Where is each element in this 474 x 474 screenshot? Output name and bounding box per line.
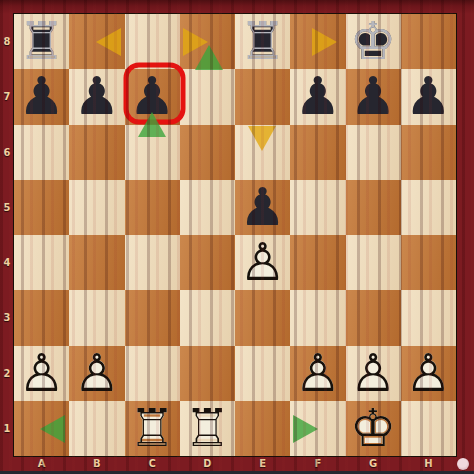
square-c7[interactable]: ♟	[125, 69, 180, 124]
square-g3[interactable]	[346, 290, 401, 345]
file-label-D: D	[180, 456, 235, 472]
square-c1[interactable]: ♜♖	[125, 401, 180, 456]
square-h2[interactable]: ♟♙	[401, 346, 456, 401]
square-d4[interactable]	[180, 235, 235, 290]
square-b7[interactable]: ♟	[69, 69, 124, 124]
file-coordinates: ABCDEFGH	[14, 456, 456, 472]
rank-label-3: 3	[4, 312, 11, 323]
piece-white-pawn-a2[interactable]: ♙	[14, 346, 69, 401]
square-d8[interactable]	[180, 14, 235, 69]
square-c3[interactable]	[125, 290, 180, 345]
square-f2[interactable]: ♟♙	[290, 346, 345, 401]
square-e3[interactable]	[235, 290, 290, 345]
square-b3[interactable]	[69, 290, 124, 345]
chess-diagram-frame: ♜♖♜♖♚♔♟♟♟♟♟♟♟♟♙♟♙♟♙♟♙♟♙♟♙♜♖♜♖♚♔ 87654321…	[0, 0, 474, 474]
piece-black-king-g8[interactable]: ♔	[346, 14, 401, 69]
square-g5[interactable]	[346, 180, 401, 235]
square-b8[interactable]	[69, 14, 124, 69]
square-g6[interactable]	[346, 125, 401, 180]
file-label-H: H	[401, 456, 456, 472]
square-a6[interactable]	[14, 125, 69, 180]
rank-label-7: 7	[4, 91, 11, 102]
square-g4[interactable]	[346, 235, 401, 290]
square-e4[interactable]: ♟♙	[235, 235, 290, 290]
square-f3[interactable]	[290, 290, 345, 345]
square-e8[interactable]: ♜♖	[235, 14, 290, 69]
piece-white-pawn-g2[interactable]: ♙	[346, 346, 401, 401]
square-b6[interactable]	[69, 125, 124, 180]
piece-white-rook-d1[interactable]: ♖	[180, 401, 235, 456]
piece-black-pawn-f7[interactable]: ♟	[290, 69, 345, 124]
square-f7[interactable]: ♟	[290, 69, 345, 124]
square-h3[interactable]	[401, 290, 456, 345]
piece-black-pawn-b7[interactable]: ♟	[69, 69, 124, 124]
square-e6[interactable]	[235, 125, 290, 180]
square-b1[interactable]	[69, 401, 124, 456]
square-h7[interactable]: ♟	[401, 69, 456, 124]
rank-label-6: 6	[4, 147, 11, 158]
piece-white-rook-c1[interactable]: ♖	[125, 401, 180, 456]
piece-white-king-g1[interactable]: ♔	[346, 401, 401, 456]
piece-black-pawn-e5[interactable]: ♟	[235, 180, 290, 235]
square-h4[interactable]	[401, 235, 456, 290]
square-h1[interactable]	[401, 401, 456, 456]
file-label-F: F	[290, 456, 345, 472]
square-b2[interactable]: ♟♙	[69, 346, 124, 401]
square-c8[interactable]	[125, 14, 180, 69]
square-a2[interactable]: ♟♙	[14, 346, 69, 401]
rank-label-8: 8	[4, 36, 11, 47]
square-d2[interactable]	[180, 346, 235, 401]
square-h6[interactable]	[401, 125, 456, 180]
square-g7[interactable]: ♟	[346, 69, 401, 124]
square-c2[interactable]	[125, 346, 180, 401]
square-a8[interactable]: ♜♖	[14, 14, 69, 69]
file-label-B: B	[69, 456, 124, 472]
rank-label-1: 1	[4, 423, 11, 434]
file-label-E: E	[235, 456, 290, 472]
piece-black-pawn-g7[interactable]: ♟	[346, 69, 401, 124]
piece-white-pawn-b2[interactable]: ♙	[69, 346, 124, 401]
square-h5[interactable]	[401, 180, 456, 235]
square-c4[interactable]	[125, 235, 180, 290]
square-c6[interactable]	[125, 125, 180, 180]
file-label-A: A	[14, 456, 69, 472]
square-e7[interactable]	[235, 69, 290, 124]
watermark-dot	[457, 458, 469, 470]
square-h8[interactable]	[401, 14, 456, 69]
square-f1[interactable]	[290, 401, 345, 456]
piece-black-pawn-c7[interactable]: ♟	[125, 69, 180, 124]
square-f6[interactable]	[290, 125, 345, 180]
square-d3[interactable]	[180, 290, 235, 345]
rank-coordinates: 87654321	[0, 14, 14, 456]
piece-white-pawn-h2[interactable]: ♙	[401, 346, 456, 401]
square-d6[interactable]	[180, 125, 235, 180]
piece-black-pawn-h7[interactable]: ♟	[401, 69, 456, 124]
square-a4[interactable]	[14, 235, 69, 290]
piece-white-pawn-f2[interactable]: ♙	[290, 346, 345, 401]
square-e1[interactable]	[235, 401, 290, 456]
square-g1[interactable]: ♚♔	[346, 401, 401, 456]
square-f5[interactable]	[290, 180, 345, 235]
square-a3[interactable]	[14, 290, 69, 345]
piece-black-rook-a8[interactable]: ♖	[14, 14, 69, 69]
square-c5[interactable]	[125, 180, 180, 235]
file-label-G: G	[346, 456, 401, 472]
rank-label-4: 4	[4, 257, 11, 268]
square-d1[interactable]: ♜♖	[180, 401, 235, 456]
square-e2[interactable]	[235, 346, 290, 401]
rank-label-2: 2	[4, 368, 11, 379]
piece-black-rook-e8[interactable]: ♖	[235, 14, 290, 69]
square-d5[interactable]	[180, 180, 235, 235]
piece-white-pawn-e4[interactable]: ♙	[235, 235, 290, 290]
square-f4[interactable]	[290, 235, 345, 290]
file-label-C: C	[125, 456, 180, 472]
square-d7[interactable]	[180, 69, 235, 124]
square-a5[interactable]	[14, 180, 69, 235]
square-a1[interactable]	[14, 401, 69, 456]
square-g2[interactable]: ♟♙	[346, 346, 401, 401]
square-g8[interactable]: ♚♔	[346, 14, 401, 69]
square-e5[interactable]: ♟	[235, 180, 290, 235]
square-a7[interactable]: ♟	[14, 69, 69, 124]
square-f8[interactable]	[290, 14, 345, 69]
piece-black-pawn-a7[interactable]: ♟	[14, 69, 69, 124]
square-b5[interactable]	[69, 180, 124, 235]
square-b4[interactable]	[69, 235, 124, 290]
chess-board[interactable]: ♜♖♜♖♚♔♟♟♟♟♟♟♟♟♙♟♙♟♙♟♙♟♙♟♙♜♖♜♖♚♔	[14, 14, 456, 456]
rank-label-5: 5	[4, 202, 11, 213]
